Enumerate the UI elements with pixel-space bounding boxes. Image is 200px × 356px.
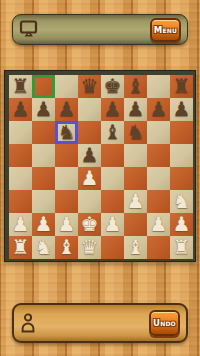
- square-b8[interactable]: [32, 75, 55, 98]
- white-pawn[interactable]: ♟: [12, 213, 30, 236]
- square-d5[interactable]: ♟: [78, 144, 101, 167]
- chess-board[interactable]: ♜♛♚♝♜♟♟♟♟♟♟♟♞♝♞♟♟♟♞♟♟♟♚♟♟♟♜♞♝♛♝♜: [9, 75, 191, 259]
- square-e4[interactable]: [101, 167, 124, 190]
- square-f2[interactable]: [124, 213, 147, 236]
- board-frame: ♜♛♚♝♜♟♟♟♟♟♟♟♞♝♞♟♟♟♞♟♟♟♚♟♟♟♜♞♝♛♝♜: [4, 70, 196, 262]
- square-b6[interactable]: [32, 121, 55, 144]
- black-pawn[interactable]: ♟: [12, 98, 30, 121]
- square-d4[interactable]: ♟: [78, 167, 101, 190]
- square-c7[interactable]: ♟: [55, 98, 78, 121]
- square-b3[interactable]: [32, 190, 55, 213]
- black-pawn[interactable]: ♟: [104, 98, 122, 121]
- square-a1[interactable]: ♜: [9, 236, 32, 259]
- square-c6[interactable]: ♞: [55, 121, 78, 144]
- black-queen[interactable]: ♛: [81, 75, 99, 98]
- square-h4[interactable]: [170, 167, 193, 190]
- player-bar: Undo: [12, 303, 188, 343]
- square-b1[interactable]: ♞: [32, 236, 55, 259]
- white-pawn[interactable]: ♟: [58, 213, 76, 236]
- undo-button[interactable]: Undo: [149, 310, 180, 336]
- white-pawn[interactable]: ♟: [127, 190, 145, 213]
- square-b7[interactable]: ♟: [32, 98, 55, 121]
- black-pawn[interactable]: ♟: [173, 98, 191, 121]
- white-bishop[interactable]: ♝: [127, 236, 145, 259]
- black-pawn[interactable]: ♟: [35, 98, 53, 121]
- computer-monitor-icon: [19, 20, 41, 39]
- square-a7[interactable]: ♟: [9, 98, 32, 121]
- square-e5[interactable]: [101, 144, 124, 167]
- square-g1[interactable]: [147, 236, 170, 259]
- square-a5[interactable]: [9, 144, 32, 167]
- square-c8[interactable]: [55, 75, 78, 98]
- square-d2[interactable]: ♚: [78, 213, 101, 236]
- square-c3[interactable]: [55, 190, 78, 213]
- square-h7[interactable]: ♟: [170, 98, 193, 121]
- square-c1[interactable]: ♝: [55, 236, 78, 259]
- square-a8[interactable]: ♜: [9, 75, 32, 98]
- square-h2[interactable]: ♟: [170, 213, 193, 236]
- square-f8[interactable]: ♝: [124, 75, 147, 98]
- square-a2[interactable]: ♟: [9, 213, 32, 236]
- black-pawn[interactable]: ♟: [58, 98, 76, 121]
- black-pawn[interactable]: ♟: [81, 144, 99, 167]
- white-knight[interactable]: ♞: [173, 190, 191, 213]
- square-g3[interactable]: [147, 190, 170, 213]
- undo-button-label: Undo: [153, 318, 176, 328]
- black-pawn[interactable]: ♟: [150, 98, 168, 121]
- square-b5[interactable]: [32, 144, 55, 167]
- square-f4[interactable]: [124, 167, 147, 190]
- black-rook[interactable]: ♜: [173, 75, 191, 98]
- square-e2[interactable]: ♟: [101, 213, 124, 236]
- square-c2[interactable]: ♟: [55, 213, 78, 236]
- menu-button[interactable]: Menu: [150, 18, 181, 42]
- black-bishop[interactable]: ♝: [127, 75, 145, 98]
- square-e8[interactable]: ♚: [101, 75, 124, 98]
- square-e7[interactable]: ♟: [101, 98, 124, 121]
- black-knight[interactable]: ♞: [58, 121, 76, 144]
- square-b4[interactable]: [32, 167, 55, 190]
- square-a4[interactable]: [9, 167, 32, 190]
- white-knight[interactable]: ♞: [35, 236, 53, 259]
- square-c5[interactable]: [55, 144, 78, 167]
- black-pawn[interactable]: ♟: [127, 98, 145, 121]
- square-d7[interactable]: [78, 98, 101, 121]
- black-rook[interactable]: ♜: [12, 75, 30, 98]
- white-pawn[interactable]: ♟: [150, 213, 168, 236]
- square-h8[interactable]: ♜: [170, 75, 193, 98]
- square-f5[interactable]: [124, 144, 147, 167]
- square-e3[interactable]: [101, 190, 124, 213]
- wood-background: Menu ♜♛♚♝♜♟♟♟♟♟♟♟♞♝♞♟♟♟♞♟♟♟♚♟♟♟♜♞♝♛♝♜ Un…: [0, 0, 200, 356]
- square-b2[interactable]: ♟: [32, 213, 55, 236]
- white-pawn[interactable]: ♟: [81, 167, 99, 190]
- white-king[interactable]: ♚: [81, 213, 99, 236]
- black-king[interactable]: ♚: [104, 75, 122, 98]
- menu-button-label: Menu: [154, 25, 177, 35]
- square-h1[interactable]: ♜: [170, 236, 193, 259]
- square-e1[interactable]: [101, 236, 124, 259]
- square-h5[interactable]: [170, 144, 193, 167]
- square-f6[interactable]: ♞: [124, 121, 147, 144]
- white-pawn[interactable]: ♟: [104, 213, 122, 236]
- square-a3[interactable]: [9, 190, 32, 213]
- square-g5[interactable]: [147, 144, 170, 167]
- square-f1[interactable]: ♝: [124, 236, 147, 259]
- square-f3[interactable]: ♟: [124, 190, 147, 213]
- black-bishop[interactable]: ♝: [104, 121, 122, 144]
- white-pawn[interactable]: ♟: [173, 213, 191, 236]
- white-pawn[interactable]: ♟: [35, 213, 53, 236]
- white-bishop[interactable]: ♝: [58, 236, 76, 259]
- square-g2[interactable]: ♟: [147, 213, 170, 236]
- square-d8[interactable]: ♛: [78, 75, 101, 98]
- square-g8[interactable]: [147, 75, 170, 98]
- square-g7[interactable]: ♟: [147, 98, 170, 121]
- white-rook[interactable]: ♜: [12, 236, 30, 259]
- square-d6[interactable]: [78, 121, 101, 144]
- square-g6[interactable]: [147, 121, 170, 144]
- square-c4[interactable]: [55, 167, 78, 190]
- square-h3[interactable]: ♞: [170, 190, 193, 213]
- square-e6[interactable]: ♝: [101, 121, 124, 144]
- black-knight[interactable]: ♞: [127, 121, 145, 144]
- square-g4[interactable]: [147, 167, 170, 190]
- white-rook[interactable]: ♜: [173, 236, 191, 259]
- person-icon: [20, 312, 36, 334]
- opponent-bar: Menu: [12, 14, 188, 45]
- square-a6[interactable]: [9, 121, 32, 144]
- square-d3[interactable]: [78, 190, 101, 213]
- square-f7[interactable]: ♟: [124, 98, 147, 121]
- square-d1[interactable]: ♛: [78, 236, 101, 259]
- white-queen[interactable]: ♛: [81, 236, 99, 259]
- square-h6[interactable]: [170, 121, 193, 144]
